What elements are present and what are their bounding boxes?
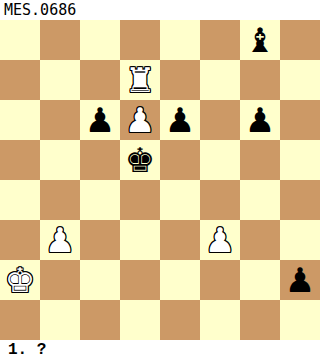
white-pawn-f3: ♟ bbox=[205, 220, 235, 260]
square-h5[interactable] bbox=[280, 140, 320, 180]
square-c5[interactable] bbox=[80, 140, 120, 180]
square-h8[interactable] bbox=[280, 20, 320, 60]
square-a5[interactable] bbox=[0, 140, 40, 180]
square-c6[interactable]: ♟ bbox=[80, 100, 120, 140]
square-b8[interactable] bbox=[40, 20, 80, 60]
square-e2[interactable] bbox=[160, 260, 200, 300]
square-h7[interactable] bbox=[280, 60, 320, 100]
square-c4[interactable] bbox=[80, 180, 120, 220]
square-e8[interactable] bbox=[160, 20, 200, 60]
square-b1[interactable] bbox=[40, 300, 80, 340]
black-pawn-h2: ♟ bbox=[285, 260, 315, 300]
square-d5[interactable]: ♚ bbox=[120, 140, 160, 180]
square-e3[interactable] bbox=[160, 220, 200, 260]
square-c3[interactable] bbox=[80, 220, 120, 260]
square-b6[interactable] bbox=[40, 100, 80, 140]
square-a4[interactable] bbox=[0, 180, 40, 220]
white-king-a2: ♚ bbox=[5, 260, 35, 300]
square-g2[interactable] bbox=[240, 260, 280, 300]
square-b4[interactable] bbox=[40, 180, 80, 220]
square-g5[interactable] bbox=[240, 140, 280, 180]
white-pawn-b3: ♟ bbox=[45, 220, 75, 260]
black-king-d5: ♚ bbox=[125, 140, 155, 180]
black-pawn-g6: ♟ bbox=[245, 100, 275, 140]
square-a6[interactable] bbox=[0, 100, 40, 140]
square-d4[interactable] bbox=[120, 180, 160, 220]
square-a3[interactable] bbox=[0, 220, 40, 260]
square-f7[interactable] bbox=[200, 60, 240, 100]
square-h4[interactable] bbox=[280, 180, 320, 220]
square-d8[interactable] bbox=[120, 20, 160, 60]
square-e5[interactable] bbox=[160, 140, 200, 180]
square-f8[interactable] bbox=[200, 20, 240, 60]
square-h3[interactable] bbox=[280, 220, 320, 260]
move-prompt: 1. ? bbox=[8, 340, 46, 360]
square-d3[interactable] bbox=[120, 220, 160, 260]
square-e4[interactable] bbox=[160, 180, 200, 220]
square-g8[interactable]: ♝ bbox=[240, 20, 280, 60]
square-c2[interactable] bbox=[80, 260, 120, 300]
square-c8[interactable] bbox=[80, 20, 120, 60]
puzzle-title: MES.0686 bbox=[4, 0, 76, 20]
square-f1[interactable] bbox=[200, 300, 240, 340]
square-b2[interactable] bbox=[40, 260, 80, 300]
square-d7[interactable]: ♜ bbox=[120, 60, 160, 100]
square-b5[interactable] bbox=[40, 140, 80, 180]
square-f4[interactable] bbox=[200, 180, 240, 220]
square-a7[interactable] bbox=[0, 60, 40, 100]
square-c7[interactable] bbox=[80, 60, 120, 100]
chess-board: ♝♜♟♟♟♟♚♟♟♚♟ bbox=[0, 20, 320, 340]
black-pawn-c6: ♟ bbox=[85, 100, 115, 140]
square-d6[interactable]: ♟ bbox=[120, 100, 160, 140]
square-g3[interactable] bbox=[240, 220, 280, 260]
square-d1[interactable] bbox=[120, 300, 160, 340]
square-h6[interactable] bbox=[280, 100, 320, 140]
black-bishop-g8: ♝ bbox=[245, 20, 275, 60]
square-a2[interactable]: ♚ bbox=[0, 260, 40, 300]
square-b7[interactable] bbox=[40, 60, 80, 100]
diagram-frame: MES.0686 ♝♜♟♟♟♟♚♟♟♚♟ 1. ? bbox=[0, 0, 320, 360]
square-e7[interactable] bbox=[160, 60, 200, 100]
square-f3[interactable]: ♟ bbox=[200, 220, 240, 260]
square-f2[interactable] bbox=[200, 260, 240, 300]
square-h1[interactable] bbox=[280, 300, 320, 340]
white-pawn-d6: ♟ bbox=[125, 100, 155, 140]
square-g4[interactable] bbox=[240, 180, 280, 220]
square-h2[interactable]: ♟ bbox=[280, 260, 320, 300]
square-f6[interactable] bbox=[200, 100, 240, 140]
black-pawn-e6: ♟ bbox=[165, 100, 195, 140]
square-d2[interactable] bbox=[120, 260, 160, 300]
square-c1[interactable] bbox=[80, 300, 120, 340]
square-f5[interactable] bbox=[200, 140, 240, 180]
square-g1[interactable] bbox=[240, 300, 280, 340]
square-b3[interactable]: ♟ bbox=[40, 220, 80, 260]
square-a1[interactable] bbox=[0, 300, 40, 340]
square-g7[interactable] bbox=[240, 60, 280, 100]
square-g6[interactable]: ♟ bbox=[240, 100, 280, 140]
square-e1[interactable] bbox=[160, 300, 200, 340]
square-e6[interactable]: ♟ bbox=[160, 100, 200, 140]
white-rook-d7: ♜ bbox=[125, 60, 155, 100]
square-a8[interactable] bbox=[0, 20, 40, 60]
